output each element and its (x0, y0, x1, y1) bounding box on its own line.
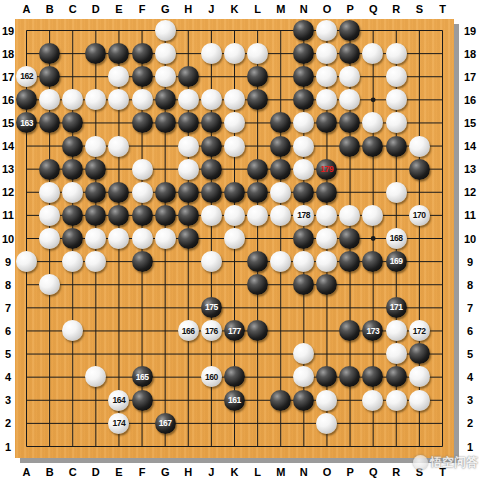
black-stone: 177 (224, 320, 245, 341)
black-stone (16, 89, 37, 110)
row-label-left: 16 (2, 94, 14, 106)
board-point (315, 204, 338, 227)
board-point (177, 181, 200, 204)
white-stone: 160 (201, 366, 222, 387)
board-point (292, 273, 315, 296)
board-point (200, 250, 223, 273)
white-stone: 174 (108, 413, 129, 434)
board-point (292, 181, 315, 204)
black-stone (178, 112, 199, 133)
black-stone: 169 (386, 251, 407, 272)
white-stone (270, 205, 291, 226)
black-stone (386, 366, 407, 387)
move-number: 160 (205, 373, 218, 382)
board-point (269, 158, 292, 181)
white-stone (39, 228, 60, 249)
board-point (361, 389, 384, 412)
white-stone (224, 136, 245, 157)
board-point (269, 181, 292, 204)
board-point (61, 319, 84, 342)
black-stone: 161 (224, 390, 245, 411)
move-number: 177 (228, 327, 241, 336)
white-stone (247, 43, 268, 64)
board-point (408, 389, 431, 412)
row-label-right: 9 (467, 256, 473, 268)
row-label-right: 6 (467, 325, 473, 337)
white-stone (293, 251, 314, 272)
move-number: 174 (113, 419, 126, 428)
board-point (246, 250, 269, 273)
row-label-right: 13 (464, 163, 476, 175)
column-label-top: D (92, 3, 100, 15)
board-point (177, 227, 200, 250)
white-stone (386, 112, 407, 133)
board-point (292, 19, 315, 42)
board-point (338, 42, 361, 65)
white-stone (108, 66, 129, 87)
white-stone (386, 343, 407, 364)
black-stone (270, 159, 291, 180)
white-stone (201, 205, 222, 226)
white-stone (316, 43, 337, 64)
white-stone: 176 (201, 320, 222, 341)
column-label-top: F (139, 3, 146, 15)
board-point (246, 319, 269, 342)
board-point (130, 204, 153, 227)
board-point: 175 (200, 296, 223, 319)
board-point (269, 111, 292, 134)
white-stone (155, 66, 176, 87)
board-point (107, 227, 130, 250)
board-point (154, 204, 177, 227)
black-stone (201, 182, 222, 203)
board-point: 162 (15, 65, 38, 88)
board-point (154, 42, 177, 65)
white-stone (39, 182, 60, 203)
black-stone (362, 136, 383, 157)
column-label-bottom: D (92, 466, 100, 478)
board-point (177, 88, 200, 111)
white-stone (39, 205, 60, 226)
board-point (61, 134, 84, 157)
board-point (130, 250, 153, 273)
board-point (84, 181, 107, 204)
row-label-left: 19 (2, 25, 14, 37)
move-number: 164 (113, 396, 126, 405)
board-point (315, 365, 338, 388)
row-label-right: 1 (467, 441, 473, 453)
row-label-right: 5 (467, 348, 473, 360)
board-point (292, 389, 315, 412)
row-label-right: 7 (467, 302, 473, 314)
board-point (177, 158, 200, 181)
board-point (338, 65, 361, 88)
board-point (84, 42, 107, 65)
board-point (107, 88, 130, 111)
black-stone (132, 112, 153, 133)
row-label-left: 3 (5, 394, 11, 406)
white-stone (316, 20, 337, 41)
board-point: 173 (361, 319, 384, 342)
white-stone (108, 136, 129, 157)
board-point: 179 (315, 158, 338, 181)
board-point (292, 342, 315, 365)
white-stone (386, 182, 407, 203)
board-point (15, 250, 38, 273)
board-point: 177 (223, 319, 246, 342)
board-point (61, 111, 84, 134)
board-point (408, 365, 431, 388)
black-stone (339, 320, 360, 341)
board-point (292, 65, 315, 88)
column-label-top: Q (369, 3, 378, 15)
column-label-bottom: H (184, 466, 192, 478)
board-point (130, 389, 153, 412)
column-label-top: C (69, 3, 77, 15)
black-stone (178, 228, 199, 249)
column-label-top: T (439, 3, 446, 15)
board-point: 174 (107, 412, 130, 435)
go-board: 1621631791781701681691751711661761771731… (15, 19, 454, 458)
board-point (223, 365, 246, 388)
board-point (61, 158, 84, 181)
white-stone (362, 112, 383, 133)
column-label-bottom: A (23, 466, 31, 478)
black-stone (247, 274, 268, 295)
black-stone: 171 (386, 297, 407, 318)
board-point (200, 158, 223, 181)
black-stone (293, 43, 314, 64)
white-stone (409, 136, 430, 157)
black-stone (178, 182, 199, 203)
black-stone (247, 251, 268, 272)
board-point (385, 319, 408, 342)
black-stone (316, 112, 337, 133)
board-point (61, 181, 84, 204)
column-label-top: R (392, 3, 400, 15)
white-stone (339, 205, 360, 226)
board-point: 172 (408, 319, 431, 342)
board-point (200, 181, 223, 204)
board-point (154, 227, 177, 250)
row-label-right: 15 (464, 117, 476, 129)
board-point (130, 158, 153, 181)
move-number: 176 (205, 327, 218, 336)
row-label-left: 18 (2, 48, 14, 60)
black-stone (108, 43, 129, 64)
board-point (38, 227, 61, 250)
column-label-top: J (208, 3, 214, 15)
black-stone: 167 (155, 413, 176, 434)
black-stone (247, 89, 268, 110)
row-label-right: 16 (464, 94, 476, 106)
black-stone (293, 66, 314, 87)
black-stone (362, 251, 383, 272)
board-point (200, 42, 223, 65)
black-stone (155, 89, 176, 110)
board-point (338, 204, 361, 227)
board-point (385, 389, 408, 412)
board-point (338, 227, 361, 250)
move-number: 161 (228, 396, 241, 405)
white-stone (409, 390, 430, 411)
white-stone (293, 112, 314, 133)
black-stone (132, 390, 153, 411)
board-point (84, 204, 107, 227)
white-stone (386, 390, 407, 411)
board-point (338, 250, 361, 273)
last-move-number: 179 (320, 165, 333, 174)
white-stone: 178 (293, 205, 314, 226)
white-stone: 168 (386, 228, 407, 249)
black-stone (39, 159, 60, 180)
column-label-bottom: P (346, 466, 353, 478)
white-stone (224, 112, 245, 133)
board-point (154, 65, 177, 88)
black-stone (155, 205, 176, 226)
move-number: 175 (205, 303, 218, 312)
board-point: 167 (154, 412, 177, 435)
row-label-left: 9 (5, 256, 11, 268)
white-stone (224, 228, 245, 249)
board-point (315, 273, 338, 296)
board-point: 169 (385, 250, 408, 273)
black-stone (224, 366, 245, 387)
board-point (292, 365, 315, 388)
column-label-top: E (115, 3, 122, 15)
row-label-right: 18 (464, 48, 476, 60)
board-point (292, 250, 315, 273)
black-stone: 163 (16, 112, 37, 133)
white-stone (16, 251, 37, 272)
white-stone (339, 66, 360, 87)
white-stone (62, 251, 83, 272)
board-point (292, 111, 315, 134)
white-stone (201, 89, 222, 110)
board-point (385, 88, 408, 111)
column-label-bottom: J (208, 466, 214, 478)
board-point: 168 (385, 227, 408, 250)
row-label-right: 11 (464, 209, 476, 221)
black-stone: 165 (132, 366, 153, 387)
board-point (338, 134, 361, 157)
board-point (246, 42, 269, 65)
black-stone (62, 159, 83, 180)
move-number: 167 (159, 419, 172, 428)
white-stone (178, 159, 199, 180)
white-stone (224, 89, 245, 110)
board-point: 178 (292, 204, 315, 227)
board-point (107, 181, 130, 204)
white-stone (108, 89, 129, 110)
move-number: 173 (367, 327, 380, 336)
white-stone (132, 159, 153, 180)
black-stone (339, 228, 360, 249)
white-stone (132, 182, 153, 203)
board-point: 163 (15, 111, 38, 134)
board-point (269, 389, 292, 412)
white-stone (201, 251, 222, 272)
black-stone: 179 (316, 159, 337, 180)
board-point: 161 (223, 389, 246, 412)
black-stone (201, 159, 222, 180)
board-point (315, 227, 338, 250)
board-point: 176 (200, 319, 223, 342)
board-point (385, 42, 408, 65)
row-label-left: 14 (2, 140, 14, 152)
white-stone (270, 251, 291, 272)
black-stone (155, 112, 176, 133)
column-label-top: N (300, 3, 308, 15)
column-label-bottom: G (161, 466, 170, 478)
white-stone (85, 89, 106, 110)
white-stone (316, 390, 337, 411)
move-number: 169 (390, 257, 403, 266)
row-label-left: 15 (2, 117, 14, 129)
white-stone: 172 (409, 320, 430, 341)
black-stone (247, 159, 268, 180)
column-label-top: L (254, 3, 261, 15)
board-point (408, 342, 431, 365)
board-point (38, 204, 61, 227)
board-point (223, 134, 246, 157)
board-point (61, 250, 84, 273)
row-label-left: 13 (2, 163, 14, 175)
row-label-left: 8 (5, 279, 11, 291)
black-stone (316, 274, 337, 295)
black-stone (339, 366, 360, 387)
column-label-bottom: F (139, 466, 146, 478)
white-stone (108, 228, 129, 249)
row-label-right: 19 (464, 25, 476, 37)
board-point (361, 365, 384, 388)
board-point (385, 342, 408, 365)
board-point (130, 227, 153, 250)
board-point (385, 134, 408, 157)
board-point (38, 111, 61, 134)
row-label-left: 2 (5, 417, 11, 429)
board-point (38, 158, 61, 181)
white-stone (62, 89, 83, 110)
black-stone (362, 366, 383, 387)
column-label-top: S (416, 3, 423, 15)
white-stone (132, 228, 153, 249)
white-stone (155, 228, 176, 249)
board-point (385, 111, 408, 134)
column-label-bottom: O (323, 466, 332, 478)
board-point (292, 88, 315, 111)
black-stone (178, 205, 199, 226)
black-stone: 173 (362, 320, 383, 341)
white-stone (293, 159, 314, 180)
column-label-bottom: Q (369, 466, 378, 478)
board-point (223, 227, 246, 250)
column-label-top: P (346, 3, 353, 15)
black-stone (247, 320, 268, 341)
black-stone (132, 66, 153, 87)
board-point (361, 204, 384, 227)
black-stone (247, 182, 268, 203)
row-label-left: 1 (5, 441, 11, 453)
board-point (246, 181, 269, 204)
white-stone: 166 (178, 320, 199, 341)
board-point (315, 412, 338, 435)
white-stone (85, 366, 106, 387)
white-stone (316, 89, 337, 110)
column-label-top: B (46, 3, 54, 15)
board-point (38, 42, 61, 65)
board-point (38, 181, 61, 204)
board-point (223, 42, 246, 65)
black-stone (85, 182, 106, 203)
board-point: 165 (130, 365, 153, 388)
row-label-right: 8 (467, 279, 473, 291)
black-stone (293, 228, 314, 249)
board-point (200, 204, 223, 227)
move-number: 171 (390, 303, 403, 312)
row-label-left: 7 (5, 302, 11, 314)
board-point (84, 250, 107, 273)
board-point (154, 111, 177, 134)
board-point (292, 42, 315, 65)
black-stone (339, 43, 360, 64)
board-point (223, 181, 246, 204)
board-point: 160 (200, 365, 223, 388)
board-point (361, 111, 384, 134)
board-point (130, 65, 153, 88)
black-stone (62, 205, 83, 226)
white-stone (224, 43, 245, 64)
white-stone (155, 20, 176, 41)
black-stone (339, 20, 360, 41)
row-label-left: 10 (2, 233, 14, 245)
white-stone (316, 228, 337, 249)
black-stone (386, 136, 407, 157)
board-point: 170 (408, 204, 431, 227)
board-point (84, 88, 107, 111)
board-point (130, 111, 153, 134)
board-point (292, 134, 315, 157)
go-diagram: 1621631791781701681691751711661761771731… (0, 0, 479, 482)
board-point (315, 65, 338, 88)
board-point (38, 273, 61, 296)
row-label-right: 4 (467, 371, 473, 383)
board-point (292, 158, 315, 181)
board-point: 171 (385, 296, 408, 319)
column-label-bottom: R (392, 466, 400, 478)
board-point (338, 88, 361, 111)
row-label-right: 14 (464, 140, 476, 152)
row-label-left: 6 (5, 325, 11, 337)
move-number: 166 (182, 327, 195, 336)
white-stone (386, 89, 407, 110)
board-point (107, 134, 130, 157)
column-label-bottom: L (254, 466, 261, 478)
move-number: 178 (297, 211, 310, 220)
black-stone (293, 274, 314, 295)
column-label-bottom: C (69, 466, 77, 478)
black-stone (108, 205, 129, 226)
board-point (61, 204, 84, 227)
column-label-bottom: N (300, 466, 308, 478)
white-stone (62, 182, 83, 203)
board-point (269, 204, 292, 227)
black-stone (339, 136, 360, 157)
board-point (338, 111, 361, 134)
black-stone (85, 159, 106, 180)
board-point (38, 88, 61, 111)
black-stone (62, 136, 83, 157)
